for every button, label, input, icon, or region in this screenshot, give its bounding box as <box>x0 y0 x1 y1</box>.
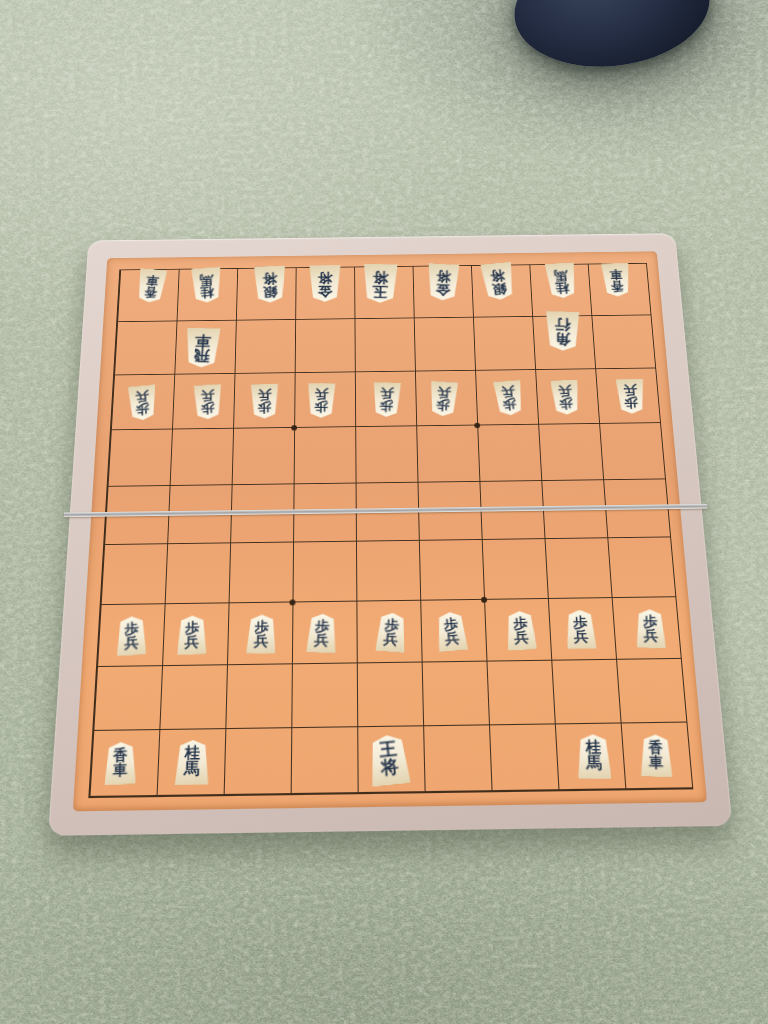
piece-kanji: 馬 <box>553 268 568 281</box>
piece-kanji: 兵 <box>314 632 329 647</box>
piece-kanji: 兵 <box>253 633 268 647</box>
piece-gote-pawn[interactable]: 歩兵 <box>307 383 335 418</box>
piece-kanji: 歩 <box>624 396 638 409</box>
dark-object <box>508 0 717 78</box>
piece-sente-pawn[interactable]: 歩兵 <box>116 615 145 656</box>
piece-kanji: 金 <box>318 284 333 298</box>
piece-gote-bishop[interactable]: 角行 <box>546 311 580 351</box>
piece-kanji: 車 <box>145 274 159 287</box>
piece-kanji: 香 <box>610 280 624 292</box>
piece-gote-pawn[interactable]: 歩兵 <box>428 380 458 416</box>
piece-kanji: 兵 <box>257 388 270 401</box>
piece-gote-king[interactable]: 玉将 <box>362 263 397 303</box>
board-surface: 香車桂馬銀将金将玉将金将銀将桂馬香車飛車角行歩兵歩兵歩兵歩兵歩兵歩兵歩兵歩兵歩兵… <box>73 251 707 811</box>
piece-gote-knight[interactable]: 桂馬 <box>545 262 578 298</box>
piece-kanji: 角 <box>555 331 571 346</box>
piece-kanji: 車 <box>609 268 623 280</box>
piece-kanji: 将 <box>436 269 451 283</box>
piece-kanji: 歩 <box>558 397 572 410</box>
piece-kanji: 歩 <box>314 400 328 413</box>
piece-gote-lance[interactable]: 香車 <box>135 268 167 303</box>
piece-sente-pawn[interactable]: 歩兵 <box>635 609 666 648</box>
piece-kanji: 兵 <box>135 389 149 403</box>
piece-gote-pawn[interactable]: 歩兵 <box>615 379 645 414</box>
piece-kanji: 兵 <box>574 629 589 643</box>
piece-sente-knight[interactable]: 桂馬 <box>175 740 210 785</box>
piece-gote-lance[interactable]: 香車 <box>601 263 632 297</box>
piece-sente-knight[interactable]: 桂馬 <box>576 734 611 779</box>
piece-kanji: 兵 <box>623 383 637 396</box>
piece-kanji: 兵 <box>124 635 138 650</box>
piece-sente-pawn[interactable]: 歩兵 <box>375 611 407 652</box>
piece-sente-lance[interactable]: 香車 <box>104 741 136 785</box>
piece-kanji: 将 <box>489 268 505 283</box>
piece-sente-lance[interactable]: 香車 <box>640 734 672 778</box>
piece-sente-pawn[interactable]: 歩兵 <box>504 610 536 650</box>
piece-gote-pawn[interactable]: 歩兵 <box>550 379 581 415</box>
board-wrap: 香車桂馬銀将金将玉将金将銀将桂馬香車飛車角行歩兵歩兵歩兵歩兵歩兵歩兵歩兵歩兵歩兵… <box>62 196 710 826</box>
piece-kanji: 兵 <box>383 631 398 646</box>
piece-kanji: 兵 <box>200 389 214 402</box>
piece-gote-rook[interactable]: 飛車 <box>184 327 220 367</box>
board-grid: 香車桂馬銀将金将玉将金将銀将桂馬香車飛車角行歩兵歩兵歩兵歩兵歩兵歩兵歩兵歩兵歩兵… <box>88 263 693 798</box>
piece-kanji: 香 <box>143 286 158 299</box>
piece-kanji: 将 <box>262 271 277 285</box>
piece-kanji: 車 <box>649 755 664 771</box>
piece-gote-pawn[interactable]: 歩兵 <box>127 384 156 421</box>
piece-kanji: 馬 <box>184 761 200 778</box>
piece-kanji: 将 <box>318 270 333 284</box>
pieces-layer: 香車桂馬銀将金将玉将金将銀将桂馬香車飛車角行歩兵歩兵歩兵歩兵歩兵歩兵歩兵歩兵歩兵… <box>89 264 692 797</box>
piece-kanji: 歩 <box>379 399 393 412</box>
piece-sente-pawn[interactable]: 歩兵 <box>177 615 207 655</box>
piece-kanji: 歩 <box>254 619 269 633</box>
piece-sente-pawn[interactable]: 歩兵 <box>435 610 468 651</box>
piece-kanji: 兵 <box>436 386 450 399</box>
piece-sente-king[interactable]: 王将 <box>367 733 410 787</box>
piece-gote-gold[interactable]: 金将 <box>309 265 340 302</box>
piece-kanji: 歩 <box>512 615 527 630</box>
piece-kanji: 兵 <box>557 384 571 397</box>
piece-gote-silver[interactable]: 銀将 <box>254 265 286 303</box>
piece-kanji: 歩 <box>184 620 198 635</box>
piece-gote-pawn[interactable]: 歩兵 <box>250 383 278 418</box>
piece-kanji: 歩 <box>314 618 329 633</box>
piece-gote-pawn[interactable]: 歩兵 <box>372 381 401 416</box>
piece-kanji: 行 <box>555 316 571 331</box>
piece-gote-gold[interactable]: 金将 <box>427 263 460 301</box>
piece-kanji: 馬 <box>586 756 602 772</box>
piece-sente-pawn[interactable]: 歩兵 <box>565 610 597 649</box>
piece-kanji: 兵 <box>314 388 327 401</box>
piece-kanji: 車 <box>113 762 128 778</box>
piece-kanji: 兵 <box>184 634 198 649</box>
piece-kanji: 兵 <box>643 628 658 643</box>
piece-kanji: 兵 <box>513 629 528 644</box>
piece-gote-silver[interactable]: 銀将 <box>480 262 516 301</box>
piece-kanji: 歩 <box>257 401 270 414</box>
piece-sente-pawn[interactable]: 歩兵 <box>246 614 277 653</box>
piece-kanji: 車 <box>195 333 212 348</box>
piece-kanji: 馬 <box>199 272 213 286</box>
piece-kanji: 将 <box>372 269 388 284</box>
piece-kanji: 兵 <box>444 630 459 645</box>
piece-sente-pawn[interactable]: 歩兵 <box>306 613 337 653</box>
piece-kanji: 歩 <box>642 614 657 628</box>
piece-kanji: 兵 <box>380 386 394 399</box>
piece-gote-pawn[interactable]: 歩兵 <box>493 379 524 415</box>
piece-kanji: 将 <box>380 757 399 777</box>
piece-gote-knight[interactable]: 桂馬 <box>191 267 222 304</box>
shogi-board: 香車桂馬銀将金将玉将金将銀将桂馬香車飛車角行歩兵歩兵歩兵歩兵歩兵歩兵歩兵歩兵歩兵… <box>48 233 732 836</box>
photo-scene: 香車桂馬銀将金将玉将金将銀将桂馬香車飛車角行歩兵歩兵歩兵歩兵歩兵歩兵歩兵歩兵歩兵… <box>0 0 768 1024</box>
piece-kanji: 兵 <box>500 385 515 399</box>
piece-gote-pawn[interactable]: 歩兵 <box>193 383 221 419</box>
piece-kanji: 飛 <box>193 348 210 363</box>
